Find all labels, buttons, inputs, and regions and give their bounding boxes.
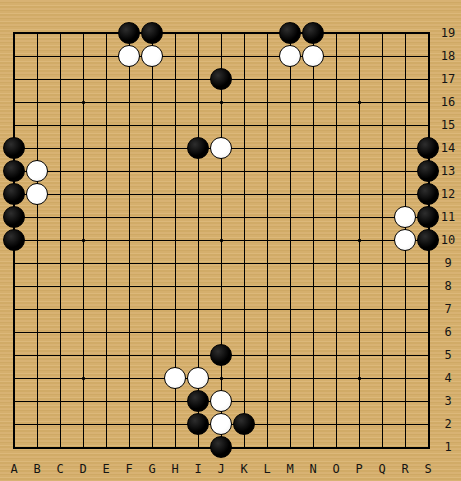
black-stone[interactable] [302,22,324,44]
white-stone[interactable] [210,137,232,159]
black-stone[interactable] [187,390,209,412]
white-stone[interactable] [164,367,186,389]
column-label: B [26,462,49,477]
black-stone[interactable] [3,206,25,228]
white-stone[interactable] [210,413,232,435]
column-label: C [49,462,72,477]
white-stone[interactable] [26,160,48,182]
row-label: 5 [435,347,461,363]
white-stone[interactable] [141,45,163,67]
white-stone[interactable] [210,390,232,412]
star-point [82,377,85,380]
white-stone[interactable] [279,45,301,67]
column-label: M [279,462,302,477]
star-point [358,101,361,104]
column-label: P [348,462,371,477]
go-board-diagram: ABCDEFGHIJKLMNOPQRS 19181716151413121110… [0,0,461,481]
white-stone[interactable] [394,229,416,251]
row-label: 18 [435,48,461,64]
column-label: I [187,462,210,477]
white-stone[interactable] [26,183,48,205]
black-stone[interactable] [187,137,209,159]
column-label: J [210,462,233,477]
column-label: G [141,462,164,477]
star-point [82,239,85,242]
row-label: 10 [435,232,461,248]
column-label: A [3,462,26,477]
column-label: D [72,462,95,477]
board-grid[interactable] [3,22,440,459]
row-label: 8 [435,278,461,294]
column-label: R [394,462,417,477]
row-label: 19 [435,25,461,41]
star-point [358,239,361,242]
black-stone[interactable] [279,22,301,44]
black-stone[interactable] [233,413,255,435]
column-label: S [417,462,440,477]
column-label: N [302,462,325,477]
black-stone[interactable] [210,344,232,366]
row-label: 6 [435,324,461,340]
column-label: K [233,462,256,477]
star-point [220,239,223,242]
row-label: 16 [435,94,461,110]
star-point [358,377,361,380]
column-label: L [256,462,279,477]
black-stone[interactable] [3,160,25,182]
star-point [82,101,85,104]
row-label: 12 [435,186,461,202]
row-label: 1 [435,439,461,455]
row-label: 13 [435,163,461,179]
black-stone[interactable] [3,183,25,205]
column-label: F [118,462,141,477]
row-label: 4 [435,370,461,386]
white-stone[interactable] [187,367,209,389]
white-stone[interactable] [302,45,324,67]
column-label: E [95,462,118,477]
column-label: O [325,462,348,477]
row-label: 17 [435,71,461,87]
white-stone[interactable] [394,206,416,228]
row-label: 15 [435,117,461,133]
row-label: 7 [435,301,461,317]
column-label: H [164,462,187,477]
black-stone[interactable] [118,22,140,44]
star-point [220,101,223,104]
row-label: 14 [435,140,461,156]
row-label: 9 [435,255,461,271]
row-label: 2 [435,416,461,432]
black-stone[interactable] [141,22,163,44]
black-stone[interactable] [210,68,232,90]
black-stone[interactable] [187,413,209,435]
white-stone[interactable] [118,45,140,67]
row-label: 11 [435,209,461,225]
black-stone[interactable] [210,436,232,458]
row-label: 3 [435,393,461,409]
black-stone[interactable] [3,137,25,159]
star-point [220,377,223,380]
black-stone[interactable] [3,229,25,251]
column-label: Q [371,462,394,477]
